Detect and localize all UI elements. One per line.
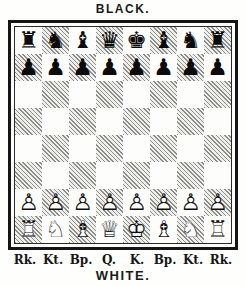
black-pawn-a7: ♟	[18, 54, 39, 81]
square-f6	[150, 81, 177, 108]
square-a4	[15, 135, 42, 162]
file-label-f: Bp.	[151, 254, 179, 266]
white-bishop-c1: ♝♗	[72, 216, 93, 243]
black-pawn-e7: ♟	[126, 54, 147, 81]
white-pawn-h2: ♟♙	[207, 189, 228, 216]
square-c4	[69, 135, 96, 162]
square-g1: ♞♘	[177, 216, 204, 243]
square-e7: ♟	[123, 54, 150, 81]
square-f5	[150, 108, 177, 135]
white-pawn-c2: ♟♙	[72, 189, 93, 216]
chess-board: ♜♞♝♛♚♝♞♜♟♟♟♟♟♟♟♟♟♙♟♙♟♙♟♙♟♙♟♙♟♙♟♙♜♖♞♘♝♗♛♕…	[15, 27, 231, 243]
file-label-c: Bp.	[67, 254, 95, 266]
square-c3	[69, 162, 96, 189]
square-f1: ♝♗	[150, 216, 177, 243]
square-h8: ♜	[204, 27, 231, 54]
black-side-label: BLACK.	[0, 3, 246, 15]
file-label-d: Q.	[95, 254, 123, 266]
square-b6	[42, 81, 69, 108]
square-g3	[177, 162, 204, 189]
board-outer-border: ♜♞♝♛♚♝♞♜♟♟♟♟♟♟♟♟♟♙♟♙♟♙♟♙♟♙♟♙♟♙♟♙♜♖♞♘♝♗♛♕…	[8, 20, 238, 250]
square-c7: ♟	[69, 54, 96, 81]
file-label-g: Kt.	[179, 254, 207, 266]
black-pawn-g7: ♟	[180, 54, 201, 81]
white-pawn-d2: ♟♙	[99, 189, 120, 216]
square-h3	[204, 162, 231, 189]
white-queen-d1: ♛♕	[99, 216, 120, 243]
square-e2: ♟♙	[123, 189, 150, 216]
square-a8: ♜	[15, 27, 42, 54]
square-h2: ♟♙	[204, 189, 231, 216]
square-h5	[204, 108, 231, 135]
square-c6	[69, 81, 96, 108]
white-knight-g1: ♞♘	[180, 216, 201, 243]
square-e3	[123, 162, 150, 189]
square-b5	[42, 108, 69, 135]
white-knight-b1: ♞♘	[45, 216, 66, 243]
black-rook-h8: ♜	[207, 27, 228, 54]
square-d6	[96, 81, 123, 108]
black-knight-g8: ♞	[180, 27, 201, 54]
square-e1: ♚♔	[123, 216, 150, 243]
square-b7: ♟	[42, 54, 69, 81]
white-pawn-f2: ♟♙	[153, 189, 174, 216]
square-a3	[15, 162, 42, 189]
black-bishop-c8: ♝	[72, 27, 93, 54]
black-king-e8: ♚	[126, 27, 147, 54]
square-d4	[96, 135, 123, 162]
square-f7: ♟	[150, 54, 177, 81]
square-g7: ♟	[177, 54, 204, 81]
square-a5	[15, 108, 42, 135]
black-knight-b8: ♞	[45, 27, 66, 54]
square-c1: ♝♗	[69, 216, 96, 243]
square-g2: ♟♙	[177, 189, 204, 216]
square-f4	[150, 135, 177, 162]
white-side-label: WHITE.	[0, 269, 246, 282]
square-e8: ♚	[123, 27, 150, 54]
square-e5	[123, 108, 150, 135]
black-pawn-b7: ♟	[45, 54, 66, 81]
white-pawn-a2: ♟♙	[18, 189, 39, 216]
square-a6	[15, 81, 42, 108]
file-label-a: Rk.	[11, 254, 39, 266]
square-b1: ♞♘	[42, 216, 69, 243]
black-bishop-f8: ♝	[153, 27, 174, 54]
square-h7: ♟	[204, 54, 231, 81]
square-f2: ♟♙	[150, 189, 177, 216]
file-label-h: Rk.	[207, 254, 235, 266]
board-inner-border: ♜♞♝♛♚♝♞♜♟♟♟♟♟♟♟♟♟♙♟♙♟♙♟♙♟♙♟♙♟♙♟♙♜♖♞♘♝♗♛♕…	[14, 26, 232, 244]
white-rook-h1: ♜♖	[207, 216, 228, 243]
black-pawn-f7: ♟	[153, 54, 174, 81]
square-a7: ♟	[15, 54, 42, 81]
white-bishop-f1: ♝♗	[153, 216, 174, 243]
black-pawn-c7: ♟	[72, 54, 93, 81]
square-d3	[96, 162, 123, 189]
square-h1: ♜♖	[204, 216, 231, 243]
square-g4	[177, 135, 204, 162]
square-f8: ♝	[150, 27, 177, 54]
square-h6	[204, 81, 231, 108]
square-d7: ♟	[96, 54, 123, 81]
square-a1: ♜♖	[15, 216, 42, 243]
square-c5	[69, 108, 96, 135]
white-king-e1: ♚♔	[126, 216, 147, 243]
square-d8: ♛	[96, 27, 123, 54]
file-labels-row: Rk.Kt.Bp.Q.K.Bp.Kt.Rk.	[11, 254, 235, 266]
chess-diagram-page: BLACK. ♜♞♝♛♚♝♞♜♟♟♟♟♟♟♟♟♟♙♟♙♟♙♟♙♟♙♟♙♟♙♟♙♜…	[0, 0, 246, 286]
black-pawn-d7: ♟	[99, 54, 120, 81]
white-pawn-b2: ♟♙	[45, 189, 66, 216]
square-e6	[123, 81, 150, 108]
white-pawn-e2: ♟♙	[126, 189, 147, 216]
black-rook-a8: ♜	[18, 27, 39, 54]
square-b8: ♞	[42, 27, 69, 54]
black-queen-d8: ♛	[99, 27, 120, 54]
square-g5	[177, 108, 204, 135]
square-b4	[42, 135, 69, 162]
square-c8: ♝	[69, 27, 96, 54]
square-e4	[123, 135, 150, 162]
square-d5	[96, 108, 123, 135]
square-f3	[150, 162, 177, 189]
white-pawn-g2: ♟♙	[180, 189, 201, 216]
square-a2: ♟♙	[15, 189, 42, 216]
file-label-b: Kt.	[39, 254, 67, 266]
square-b2: ♟♙	[42, 189, 69, 216]
square-b3	[42, 162, 69, 189]
white-rook-a1: ♜♖	[18, 216, 39, 243]
square-d1: ♛♕	[96, 216, 123, 243]
square-g6	[177, 81, 204, 108]
black-pawn-h7: ♟	[207, 54, 228, 81]
square-h4	[204, 135, 231, 162]
square-c2: ♟♙	[69, 189, 96, 216]
square-g8: ♞	[177, 27, 204, 54]
square-d2: ♟♙	[96, 189, 123, 216]
file-label-e: K.	[123, 254, 151, 266]
